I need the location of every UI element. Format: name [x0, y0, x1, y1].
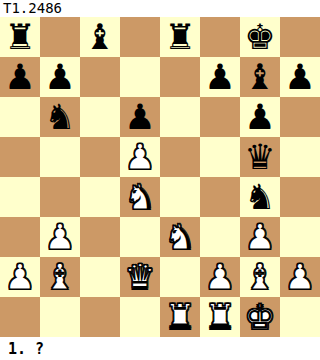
square-e4[interactable] [160, 177, 200, 217]
piece-black-queen: ♛ [244, 137, 275, 177]
piece-white-rook: ♜ [204, 297, 235, 337]
piece-black-king: ♚ [244, 17, 275, 57]
piece-white-knight: ♞ [124, 177, 155, 217]
square-a1[interactable] [0, 297, 40, 337]
square-g6[interactable]: ♟ [240, 97, 280, 137]
square-b1[interactable] [40, 297, 80, 337]
square-d5[interactable]: ♟ [120, 137, 160, 177]
piece-black-knight: ♞ [244, 177, 275, 217]
square-f7[interactable]: ♟ [200, 57, 240, 97]
square-f1[interactable]: ♜ [200, 297, 240, 337]
square-e8[interactable]: ♜ [160, 17, 200, 57]
square-b7[interactable]: ♟ [40, 57, 80, 97]
square-e5[interactable] [160, 137, 200, 177]
square-a3[interactable] [0, 217, 40, 257]
square-b8[interactable] [40, 17, 80, 57]
square-c8[interactable]: ♝ [80, 17, 120, 57]
puzzle-id: T1.2486 [0, 0, 320, 17]
piece-black-pawn: ♟ [4, 57, 35, 97]
square-f6[interactable] [200, 97, 240, 137]
piece-white-bishop: ♝ [244, 257, 275, 297]
piece-black-rook: ♜ [164, 17, 195, 57]
square-c5[interactable] [80, 137, 120, 177]
square-f4[interactable] [200, 177, 240, 217]
square-h4[interactable] [280, 177, 320, 217]
square-g3[interactable]: ♟ [240, 217, 280, 257]
square-a5[interactable] [0, 137, 40, 177]
piece-black-pawn: ♟ [124, 97, 155, 137]
piece-black-bishop: ♝ [84, 17, 115, 57]
piece-black-knight: ♞ [44, 97, 75, 137]
square-h5[interactable] [280, 137, 320, 177]
square-d7[interactable] [120, 57, 160, 97]
chess-app: T1.2486 ♜♝♜♚♟♟♟♝♟♞♟♟♟♛♞♞♟♞♟♟♝♛♟♝♟♜♜♚ 1. … [0, 0, 320, 360]
square-f2[interactable]: ♟ [200, 257, 240, 297]
square-d6[interactable]: ♟ [120, 97, 160, 137]
square-g4[interactable]: ♞ [240, 177, 280, 217]
piece-white-queen: ♛ [124, 257, 155, 297]
square-g8[interactable]: ♚ [240, 17, 280, 57]
square-b5[interactable] [40, 137, 80, 177]
piece-white-knight: ♞ [164, 217, 195, 257]
square-g5[interactable]: ♛ [240, 137, 280, 177]
square-f8[interactable] [200, 17, 240, 57]
piece-white-king: ♚ [244, 297, 275, 337]
square-f5[interactable] [200, 137, 240, 177]
square-c3[interactable] [80, 217, 120, 257]
piece-white-bishop: ♝ [44, 257, 75, 297]
square-h3[interactable] [280, 217, 320, 257]
square-a2[interactable]: ♟ [0, 257, 40, 297]
square-c1[interactable] [80, 297, 120, 337]
square-a4[interactable] [0, 177, 40, 217]
square-d8[interactable] [120, 17, 160, 57]
piece-black-bishop: ♝ [244, 57, 275, 97]
piece-white-pawn: ♟ [44, 217, 75, 257]
piece-black-pawn: ♟ [284, 57, 315, 97]
square-h7[interactable]: ♟ [280, 57, 320, 97]
square-a7[interactable]: ♟ [0, 57, 40, 97]
square-h8[interactable] [280, 17, 320, 57]
piece-white-rook: ♜ [164, 297, 195, 337]
square-e7[interactable] [160, 57, 200, 97]
square-h6[interactable] [280, 97, 320, 137]
square-b3[interactable]: ♟ [40, 217, 80, 257]
square-d2[interactable]: ♛ [120, 257, 160, 297]
piece-white-pawn: ♟ [204, 257, 235, 297]
piece-black-pawn: ♟ [204, 57, 235, 97]
square-e3[interactable]: ♞ [160, 217, 200, 257]
square-g7[interactable]: ♝ [240, 57, 280, 97]
piece-black-rook: ♜ [4, 17, 35, 57]
square-e6[interactable] [160, 97, 200, 137]
piece-white-pawn: ♟ [124, 137, 155, 177]
square-a8[interactable]: ♜ [0, 17, 40, 57]
square-g2[interactable]: ♝ [240, 257, 280, 297]
square-h2[interactable]: ♟ [280, 257, 320, 297]
chess-board: ♜♝♜♚♟♟♟♝♟♞♟♟♟♛♞♞♟♞♟♟♝♛♟♝♟♜♜♚ [0, 17, 320, 337]
square-a6[interactable] [0, 97, 40, 137]
square-c2[interactable] [80, 257, 120, 297]
move-prompt: 1. ? [0, 337, 320, 360]
piece-black-pawn: ♟ [44, 57, 75, 97]
square-c4[interactable] [80, 177, 120, 217]
piece-white-pawn: ♟ [244, 217, 275, 257]
square-e1[interactable]: ♜ [160, 297, 200, 337]
square-d4[interactable]: ♞ [120, 177, 160, 217]
square-b6[interactable]: ♞ [40, 97, 80, 137]
square-d3[interactable] [120, 217, 160, 257]
piece-white-pawn: ♟ [4, 257, 35, 297]
square-c6[interactable] [80, 97, 120, 137]
square-g1[interactable]: ♚ [240, 297, 280, 337]
piece-white-pawn: ♟ [284, 257, 315, 297]
square-h1[interactable] [280, 297, 320, 337]
piece-black-pawn: ♟ [244, 97, 275, 137]
square-c7[interactable] [80, 57, 120, 97]
square-b4[interactable] [40, 177, 80, 217]
square-e2[interactable] [160, 257, 200, 297]
square-b2[interactable]: ♝ [40, 257, 80, 297]
square-d1[interactable] [120, 297, 160, 337]
square-f3[interactable] [200, 217, 240, 257]
